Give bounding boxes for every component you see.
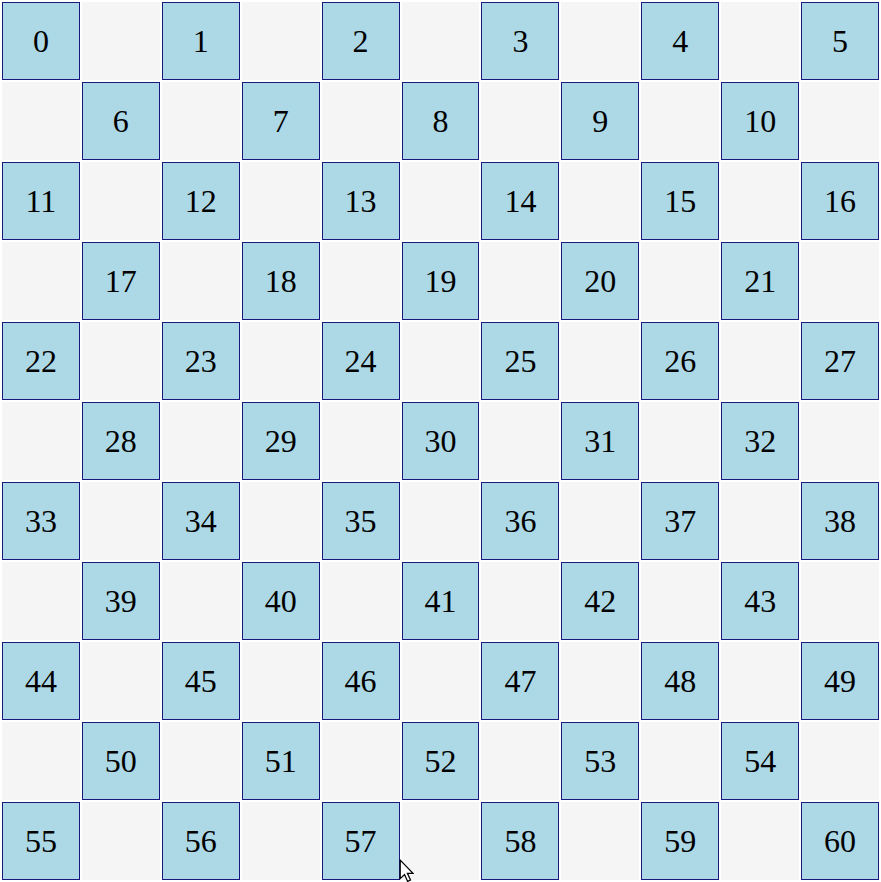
empty-cell-r7c6 <box>481 562 559 640</box>
empty-cell-r10c1 <box>82 802 160 880</box>
cell-29[interactable]: 29 <box>242 402 320 480</box>
cell-21[interactable]: 21 <box>721 242 799 320</box>
cell-0[interactable]: 0 <box>2 2 80 80</box>
empty-cell-r8c5 <box>402 642 480 720</box>
cell-35[interactable]: 35 <box>322 482 400 560</box>
cell-40[interactable]: 40 <box>242 562 320 640</box>
empty-cell-r10c3 <box>242 802 320 880</box>
empty-cell-r10c5 <box>402 802 480 880</box>
empty-cell-r5c2 <box>162 402 240 480</box>
empty-cell-r7c0 <box>2 562 80 640</box>
cell-20[interactable]: 20 <box>561 242 639 320</box>
cell-55[interactable]: 55 <box>2 802 80 880</box>
cell-31[interactable]: 31 <box>561 402 639 480</box>
empty-cell-r1c2 <box>162 82 240 160</box>
empty-cell-r0c3 <box>242 2 320 80</box>
empty-cell-r8c1 <box>82 642 160 720</box>
cell-17[interactable]: 17 <box>82 242 160 320</box>
empty-cell-r9c4 <box>322 722 400 800</box>
cell-33[interactable]: 33 <box>2 482 80 560</box>
empty-cell-r0c9 <box>721 2 799 80</box>
empty-cell-r8c9 <box>721 642 799 720</box>
empty-cell-r1c6 <box>481 82 559 160</box>
cell-18[interactable]: 18 <box>242 242 320 320</box>
game-board-stage: 0123456789101112131415161718192021222324… <box>0 0 881 882</box>
empty-cell-r2c1 <box>82 162 160 240</box>
empty-cell-r9c6 <box>481 722 559 800</box>
cell-44[interactable]: 44 <box>2 642 80 720</box>
cell-11[interactable]: 11 <box>2 162 80 240</box>
cell-12[interactable]: 12 <box>162 162 240 240</box>
cell-42[interactable]: 42 <box>561 562 639 640</box>
cell-60[interactable]: 60 <box>801 802 879 880</box>
cell-1[interactable]: 1 <box>162 2 240 80</box>
empty-cell-r3c6 <box>481 242 559 320</box>
empty-cell-r3c4 <box>322 242 400 320</box>
empty-cell-r9c2 <box>162 722 240 800</box>
cell-51[interactable]: 51 <box>242 722 320 800</box>
cell-27[interactable]: 27 <box>801 322 879 400</box>
cell-2[interactable]: 2 <box>322 2 400 80</box>
empty-cell-r2c5 <box>402 162 480 240</box>
empty-cell-r1c4 <box>322 82 400 160</box>
empty-cell-r7c2 <box>162 562 240 640</box>
cell-16[interactable]: 16 <box>801 162 879 240</box>
cell-36[interactable]: 36 <box>481 482 559 560</box>
cell-34[interactable]: 34 <box>162 482 240 560</box>
empty-cell-r3c2 <box>162 242 240 320</box>
cell-19[interactable]: 19 <box>402 242 480 320</box>
cell-7[interactable]: 7 <box>242 82 320 160</box>
cell-48[interactable]: 48 <box>641 642 719 720</box>
empty-cell-r6c9 <box>721 482 799 560</box>
cell-58[interactable]: 58 <box>481 802 559 880</box>
empty-cell-r4c5 <box>402 322 480 400</box>
cell-59[interactable]: 59 <box>641 802 719 880</box>
cell-10[interactable]: 10 <box>721 82 799 160</box>
empty-cell-r3c10 <box>801 242 879 320</box>
empty-cell-r5c6 <box>481 402 559 480</box>
empty-cell-r2c7 <box>561 162 639 240</box>
empty-cell-r3c0 <box>2 242 80 320</box>
cell-30[interactable]: 30 <box>402 402 480 480</box>
empty-cell-r6c3 <box>242 482 320 560</box>
cell-54[interactable]: 54 <box>721 722 799 800</box>
cell-14[interactable]: 14 <box>481 162 559 240</box>
empty-cell-r9c0 <box>2 722 80 800</box>
empty-cell-r7c4 <box>322 562 400 640</box>
empty-cell-r6c5 <box>402 482 480 560</box>
empty-cell-r2c3 <box>242 162 320 240</box>
cell-56[interactable]: 56 <box>162 802 240 880</box>
cell-38[interactable]: 38 <box>801 482 879 560</box>
empty-cell-r0c5 <box>402 2 480 80</box>
empty-cell-r4c7 <box>561 322 639 400</box>
cell-13[interactable]: 13 <box>322 162 400 240</box>
empty-cell-r5c0 <box>2 402 80 480</box>
cell-9[interactable]: 9 <box>561 82 639 160</box>
empty-cell-r7c10 <box>801 562 879 640</box>
empty-cell-r9c8 <box>641 722 719 800</box>
empty-cell-r10c7 <box>561 802 639 880</box>
cell-6[interactable]: 6 <box>82 82 160 160</box>
cell-23[interactable]: 23 <box>162 322 240 400</box>
cell-52[interactable]: 52 <box>402 722 480 800</box>
empty-cell-r1c0 <box>2 82 80 160</box>
cell-22[interactable]: 22 <box>2 322 80 400</box>
cell-39[interactable]: 39 <box>82 562 160 640</box>
cell-46[interactable]: 46 <box>322 642 400 720</box>
empty-cell-r1c10 <box>801 82 879 160</box>
game-board: 0123456789101112131415161718192021222324… <box>0 0 881 882</box>
empty-cell-r0c1 <box>82 2 160 80</box>
cell-15[interactable]: 15 <box>641 162 719 240</box>
empty-cell-r5c8 <box>641 402 719 480</box>
empty-cell-r10c9 <box>721 802 799 880</box>
empty-cell-r5c4 <box>322 402 400 480</box>
empty-cell-r6c7 <box>561 482 639 560</box>
cell-28[interactable]: 28 <box>82 402 160 480</box>
cell-4[interactable]: 4 <box>641 2 719 80</box>
cell-47[interactable]: 47 <box>481 642 559 720</box>
cell-53[interactable]: 53 <box>561 722 639 800</box>
cell-25[interactable]: 25 <box>481 322 559 400</box>
empty-cell-r4c9 <box>721 322 799 400</box>
empty-cell-r6c1 <box>82 482 160 560</box>
cell-57[interactable]: 57 <box>322 802 400 880</box>
cell-49[interactable]: 49 <box>801 642 879 720</box>
cell-43[interactable]: 43 <box>721 562 799 640</box>
empty-cell-r5c10 <box>801 402 879 480</box>
cell-5[interactable]: 5 <box>801 2 879 80</box>
empty-cell-r3c8 <box>641 242 719 320</box>
empty-cell-r9c10 <box>801 722 879 800</box>
empty-cell-r8c3 <box>242 642 320 720</box>
empty-cell-r1c8 <box>641 82 719 160</box>
cell-37[interactable]: 37 <box>641 482 719 560</box>
cell-32[interactable]: 32 <box>721 402 799 480</box>
empty-cell-r4c3 <box>242 322 320 400</box>
empty-cell-r2c9 <box>721 162 799 240</box>
empty-cell-r8c7 <box>561 642 639 720</box>
empty-cell-r7c8 <box>641 562 719 640</box>
cell-45[interactable]: 45 <box>162 642 240 720</box>
cell-50[interactable]: 50 <box>82 722 160 800</box>
cell-41[interactable]: 41 <box>402 562 480 640</box>
empty-cell-r4c1 <box>82 322 160 400</box>
cell-24[interactable]: 24 <box>322 322 400 400</box>
cell-3[interactable]: 3 <box>481 2 559 80</box>
cell-26[interactable]: 26 <box>641 322 719 400</box>
cell-8[interactable]: 8 <box>402 82 480 160</box>
empty-cell-r0c7 <box>561 2 639 80</box>
